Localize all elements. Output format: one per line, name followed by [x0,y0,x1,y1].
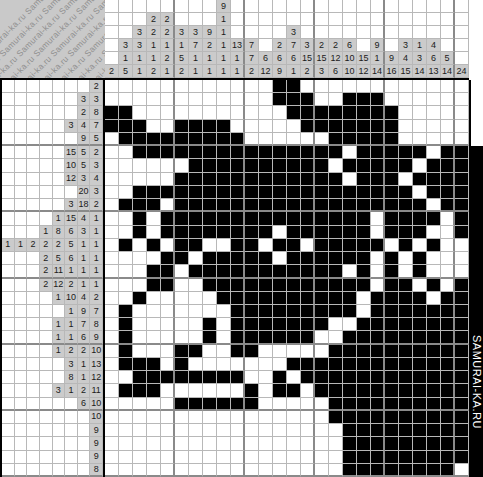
grid-cell[interactable] [441,226,455,239]
grid-cell[interactable] [399,93,413,106]
grid-cell[interactable] [105,464,119,477]
grid-cell[interactable] [399,133,413,146]
grid-cell[interactable] [203,212,217,225]
grid-cell[interactable] [231,239,245,252]
grid-cell[interactable] [343,106,357,119]
grid-cell[interactable] [315,133,329,146]
grid-cell[interactable] [399,106,413,119]
grid-cell[interactable] [301,398,315,411]
grid-cell[interactable] [133,106,147,119]
grid-cell[interactable] [189,133,203,146]
grid-cell[interactable] [259,451,273,464]
grid-cell[interactable] [329,93,343,106]
grid-cell[interactable] [287,437,301,450]
grid-cell[interactable] [329,371,343,384]
grid-cell[interactable] [231,437,245,450]
grid-cell[interactable] [427,93,441,106]
grid-cell[interactable] [175,93,189,106]
grid-cell[interactable] [119,252,133,265]
grid-cell[interactable] [385,226,399,239]
grid-cell[interactable] [385,212,399,225]
grid-cell[interactable] [273,93,287,106]
grid-cell[interactable] [371,279,385,292]
grid-cell[interactable] [231,226,245,239]
grid-cell[interactable] [189,199,203,212]
grid-cell[interactable] [371,159,385,172]
grid-cell[interactable] [147,199,161,212]
grid-cell[interactable] [175,186,189,199]
grid-cell[interactable] [399,199,413,212]
grid-cell[interactable] [189,345,203,358]
grid-cell[interactable] [357,265,371,278]
grid-cell[interactable] [427,226,441,239]
grid-cell[interactable] [357,305,371,318]
grid-cell[interactable] [441,106,455,119]
grid-cell[interactable] [245,384,259,397]
grid-cell[interactable] [385,159,399,172]
grid-cell[interactable] [385,451,399,464]
grid-cell[interactable] [329,411,343,424]
grid-cell[interactable] [329,226,343,239]
grid-cell[interactable] [133,358,147,371]
grid-cell[interactable] [371,133,385,146]
grid-cell[interactable] [343,212,357,225]
grid-cell[interactable] [343,133,357,146]
grid-cell[interactable] [203,331,217,344]
grid-cell[interactable] [161,106,175,119]
grid-cell[interactable] [203,318,217,331]
grid-cell[interactable] [315,120,329,133]
grid-cell[interactable] [371,106,385,119]
grid-cell[interactable] [455,358,469,371]
grid-cell[interactable] [105,173,119,186]
grid-cell[interactable] [343,292,357,305]
grid-cell[interactable] [259,318,273,331]
grid-cell[interactable] [301,252,315,265]
grid-cell[interactable] [329,239,343,252]
grid-cell[interactable] [287,265,301,278]
grid-cell[interactable] [385,437,399,450]
grid-cell[interactable] [301,80,315,93]
grid-cell[interactable] [343,226,357,239]
grid-cell[interactable] [371,331,385,344]
grid-cell[interactable] [399,318,413,331]
grid-cell[interactable] [105,93,119,106]
grid-cell[interactable] [189,80,203,93]
grid-cell[interactable] [105,398,119,411]
grid-cell[interactable] [427,437,441,450]
grid-cell[interactable] [231,398,245,411]
grid-cell[interactable] [133,437,147,450]
grid-cell[interactable] [161,239,175,252]
grid-cell[interactable] [133,159,147,172]
grid-cell[interactable] [441,80,455,93]
grid-cell[interactable] [399,173,413,186]
grid-cell[interactable] [399,226,413,239]
grid-cell[interactable] [399,80,413,93]
grid-cell[interactable] [413,358,427,371]
grid-cell[interactable] [217,371,231,384]
grid-cell[interactable] [231,331,245,344]
grid-cell[interactable] [147,437,161,450]
grid-cell[interactable] [147,265,161,278]
grid-cell[interactable] [301,265,315,278]
grid-cell[interactable] [315,424,329,437]
grid-cell[interactable] [259,186,273,199]
grid-cell[interactable] [371,252,385,265]
grid-cell[interactable] [287,106,301,119]
grid-cell[interactable] [399,345,413,358]
grid-cell[interactable] [343,239,357,252]
grid-cell[interactable] [189,384,203,397]
grid-cell[interactable] [399,265,413,278]
grid-cell[interactable] [441,199,455,212]
grid-cell[interactable] [147,464,161,477]
grid-cell[interactable] [217,239,231,252]
grid-cell[interactable] [315,279,329,292]
grid-cell[interactable] [147,358,161,371]
grid-cell[interactable] [385,384,399,397]
grid-cell[interactable] [147,159,161,172]
grid-cell[interactable] [259,173,273,186]
grid-cell[interactable] [161,159,175,172]
grid-cell[interactable] [301,292,315,305]
grid-cell[interactable] [217,80,231,93]
grid-cell[interactable] [385,106,399,119]
grid-cell[interactable] [273,345,287,358]
grid-cell[interactable] [413,80,427,93]
grid-cell[interactable] [427,398,441,411]
grid-cell[interactable] [287,186,301,199]
grid-cell[interactable] [133,424,147,437]
grid-cell[interactable] [119,384,133,397]
grid-cell[interactable] [147,384,161,397]
grid-cell[interactable] [175,371,189,384]
grid-cell[interactable] [105,345,119,358]
grid-cell[interactable] [175,252,189,265]
grid-cell[interactable] [189,411,203,424]
grid-cell[interactable] [119,199,133,212]
grid-cell[interactable] [427,173,441,186]
grid-cell[interactable] [357,80,371,93]
grid-cell[interactable] [287,133,301,146]
grid-cell[interactable] [133,80,147,93]
grid-cell[interactable] [245,80,259,93]
grid-cell[interactable] [371,437,385,450]
grid-cell[interactable] [371,265,385,278]
grid-cell[interactable] [371,80,385,93]
grid-cell[interactable] [105,239,119,252]
grid-cell[interactable] [287,173,301,186]
grid-cell[interactable] [175,331,189,344]
grid-cell[interactable] [343,371,357,384]
grid-cell[interactable] [203,424,217,437]
grid-cell[interactable] [105,451,119,464]
grid-cell[interactable] [413,133,427,146]
grid-cell[interactable] [203,265,217,278]
grid-cell[interactable] [427,186,441,199]
grid-cell[interactable] [217,226,231,239]
grid-cell[interactable] [259,437,273,450]
grid-cell[interactable] [217,305,231,318]
grid-cell[interactable] [343,331,357,344]
grid-cell[interactable] [301,186,315,199]
grid-cell[interactable] [329,331,343,344]
grid-cell[interactable] [371,226,385,239]
grid-cell[interactable] [427,265,441,278]
grid-cell[interactable] [399,279,413,292]
grid-cell[interactable] [385,239,399,252]
grid-cell[interactable] [427,292,441,305]
grid-cell[interactable] [245,226,259,239]
grid-cell[interactable] [189,292,203,305]
grid-cell[interactable] [413,226,427,239]
grid-cell[interactable] [315,305,329,318]
grid-cell[interactable] [413,173,427,186]
grid-cell[interactable] [413,146,427,159]
grid-cell[interactable] [245,464,259,477]
grid-cell[interactable] [399,120,413,133]
grid-cell[interactable] [133,173,147,186]
grid-cell[interactable] [217,265,231,278]
grid-cell[interactable] [427,133,441,146]
grid-cell[interactable] [175,451,189,464]
grid-cell[interactable] [399,292,413,305]
grid-cell[interactable] [315,384,329,397]
grid-cell[interactable] [133,186,147,199]
grid-cell[interactable] [287,80,301,93]
grid-cell[interactable] [119,437,133,450]
grid-cell[interactable] [357,226,371,239]
grid-cell[interactable] [455,133,469,146]
grid-cell[interactable] [329,345,343,358]
grid-cell[interactable] [413,371,427,384]
grid-cell[interactable] [357,252,371,265]
grid-cell[interactable] [119,146,133,159]
grid-cell[interactable] [329,398,343,411]
grid-cell[interactable] [371,305,385,318]
grid-cell[interactable] [203,159,217,172]
grid-cell[interactable] [273,186,287,199]
grid-cell[interactable] [399,305,413,318]
grid-cell[interactable] [259,239,273,252]
grid-cell[interactable] [273,226,287,239]
grid-cell[interactable] [245,133,259,146]
grid-cell[interactable] [105,186,119,199]
grid-cell[interactable] [455,93,469,106]
grid-cell[interactable] [217,345,231,358]
grid-cell[interactable] [217,424,231,437]
grid-cell[interactable] [245,159,259,172]
grid-cell[interactable] [371,318,385,331]
grid-cell[interactable] [343,464,357,477]
grid-cell[interactable] [399,398,413,411]
grid-cell[interactable] [175,146,189,159]
grid-cell[interactable] [105,146,119,159]
grid-cell[interactable] [161,318,175,331]
grid-cell[interactable] [399,212,413,225]
grid-cell[interactable] [161,133,175,146]
grid-cell[interactable] [329,212,343,225]
grid-cell[interactable] [273,331,287,344]
grid-cell[interactable] [357,371,371,384]
grid-cell[interactable] [245,212,259,225]
grid-cell[interactable] [273,173,287,186]
grid-cell[interactable] [385,371,399,384]
grid-cell[interactable] [161,226,175,239]
grid-cell[interactable] [217,279,231,292]
grid-cell[interactable] [203,358,217,371]
grid-cell[interactable] [273,384,287,397]
grid-cell[interactable] [427,411,441,424]
grid-cell[interactable] [119,212,133,225]
grid-cell[interactable] [245,265,259,278]
grid-cell[interactable] [315,159,329,172]
grid-cell[interactable] [385,265,399,278]
grid-cell[interactable] [105,384,119,397]
grid-cell[interactable] [315,437,329,450]
grid-cell[interactable] [413,106,427,119]
grid-cell[interactable] [315,398,329,411]
grid-cell[interactable] [357,451,371,464]
grid-cell[interactable] [203,411,217,424]
grid-cell[interactable] [203,437,217,450]
grid-cell[interactable] [231,318,245,331]
grid-cell[interactable] [343,199,357,212]
grid-cell[interactable] [133,146,147,159]
grid-cell[interactable] [245,331,259,344]
grid-cell[interactable] [189,318,203,331]
grid-cell[interactable] [231,186,245,199]
grid-cell[interactable] [217,199,231,212]
grid-cell[interactable] [315,173,329,186]
grid-cell[interactable] [343,411,357,424]
grid-cell[interactable] [245,106,259,119]
grid-cell[interactable] [315,318,329,331]
grid-cell[interactable] [455,252,469,265]
grid-cell[interactable] [119,358,133,371]
grid-cell[interactable] [357,133,371,146]
grid-cell[interactable] [259,252,273,265]
grid-cell[interactable] [427,384,441,397]
grid-cell[interactable] [329,173,343,186]
grid-cell[interactable] [385,424,399,437]
grid-cell[interactable] [273,398,287,411]
grid-cell[interactable] [133,252,147,265]
grid-cell[interactable] [399,252,413,265]
grid-cell[interactable] [371,212,385,225]
grid-cell[interactable] [105,265,119,278]
grid-cell[interactable] [329,120,343,133]
grid-cell[interactable] [441,411,455,424]
grid-cell[interactable] [147,106,161,119]
grid-cell[interactable] [175,305,189,318]
grid-cell[interactable] [399,358,413,371]
grid-cell[interactable] [301,106,315,119]
grid-cell[interactable] [217,292,231,305]
grid-cell[interactable] [315,464,329,477]
grid-cell[interactable] [231,93,245,106]
grid-cell[interactable] [371,451,385,464]
grid-cell[interactable] [329,292,343,305]
grid-cell[interactable] [133,451,147,464]
grid-cell[interactable] [231,133,245,146]
grid-cell[interactable] [413,199,427,212]
grid-cell[interactable] [441,265,455,278]
grid-cell[interactable] [147,279,161,292]
grid-cell[interactable] [455,199,469,212]
grid-cell[interactable] [161,411,175,424]
grid-cell[interactable] [343,345,357,358]
grid-cell[interactable] [357,173,371,186]
grid-cell[interactable] [161,305,175,318]
grid-cell[interactable] [189,371,203,384]
grid-cell[interactable] [231,292,245,305]
grid-cell[interactable] [427,120,441,133]
grid-cell[interactable] [455,106,469,119]
grid-cell[interactable] [385,93,399,106]
grid-cell[interactable] [161,451,175,464]
grid-cell[interactable] [301,318,315,331]
grid-cell[interactable] [343,252,357,265]
grid-cell[interactable] [315,252,329,265]
grid-cell[interactable] [161,212,175,225]
grid-cell[interactable] [147,80,161,93]
grid-cell[interactable] [245,358,259,371]
grid-cell[interactable] [357,384,371,397]
grid-cell[interactable] [245,120,259,133]
grid-cell[interactable] [161,345,175,358]
grid-cell[interactable] [441,239,455,252]
grid-cell[interactable] [455,80,469,93]
grid-cell[interactable] [231,451,245,464]
grid-cell[interactable] [259,159,273,172]
grid-cell[interactable] [175,358,189,371]
grid-cell[interactable] [357,199,371,212]
grid-cell[interactable] [301,305,315,318]
grid-cell[interactable] [315,451,329,464]
grid-cell[interactable] [427,331,441,344]
grid-cell[interactable] [231,305,245,318]
grid-cell[interactable] [371,358,385,371]
grid-cell[interactable] [203,133,217,146]
grid-cell[interactable] [189,437,203,450]
grid-cell[interactable] [119,305,133,318]
grid-cell[interactable] [455,331,469,344]
grid-cell[interactable] [217,93,231,106]
grid-cell[interactable] [371,384,385,397]
grid-cell[interactable] [259,371,273,384]
grid-cell[interactable] [301,345,315,358]
grid-cell[interactable] [385,186,399,199]
grid-cell[interactable] [385,133,399,146]
grid-cell[interactable] [301,411,315,424]
grid-cell[interactable] [357,120,371,133]
grid-cell[interactable] [217,106,231,119]
grid-cell[interactable] [231,212,245,225]
grid-cell[interactable] [371,120,385,133]
grid-cell[interactable] [203,451,217,464]
grid-cell[interactable] [161,331,175,344]
grid-cell[interactable] [371,173,385,186]
grid-cell[interactable] [273,106,287,119]
grid-cell[interactable] [455,437,469,450]
grid-cell[interactable] [245,411,259,424]
grid-cell[interactable] [175,239,189,252]
grid-cell[interactable] [399,186,413,199]
grid-cell[interactable] [273,437,287,450]
grid-cell[interactable] [357,279,371,292]
